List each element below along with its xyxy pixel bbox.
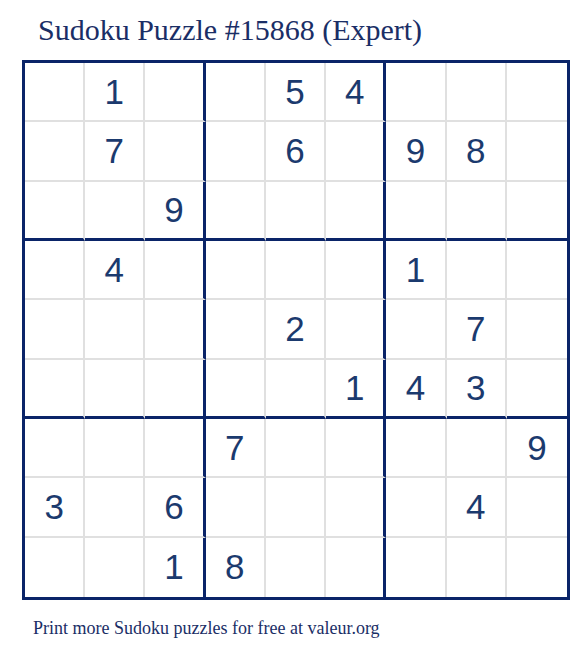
cell-r7c6-empty [326, 419, 386, 478]
cell-r1c8-empty [447, 63, 507, 122]
cell-r5c7-empty [386, 300, 446, 359]
cell-r9c5-empty [266, 538, 326, 597]
cell-r2c2-given-7: 7 [85, 122, 145, 181]
cell-r9c7-empty [386, 538, 446, 597]
cell-r8c7-empty [386, 478, 446, 537]
cell-r2c7-given-9: 9 [386, 122, 446, 181]
cell-r3c2-empty [85, 182, 145, 241]
cell-r2c9-empty [507, 122, 567, 181]
cell-r4c5-empty [266, 241, 326, 300]
cell-r1c4-empty [206, 63, 266, 122]
cell-r6c2-empty [85, 360, 145, 419]
cell-r4c6-empty [326, 241, 386, 300]
cell-r1c6-given-4: 4 [326, 63, 386, 122]
cell-r8c2-empty [85, 478, 145, 537]
page-title: Sudoku Puzzle #15868 (Expert) [38, 13, 422, 47]
cell-r8c6-empty [326, 478, 386, 537]
cell-r4c3-empty [145, 241, 205, 300]
cell-r9c3-given-1: 1 [145, 538, 205, 597]
cell-r4c4-empty [206, 241, 266, 300]
cell-r1c5-given-5: 5 [266, 63, 326, 122]
cell-r9c2-empty [85, 538, 145, 597]
cell-r3c6-empty [326, 182, 386, 241]
cell-r1c1-empty [25, 63, 85, 122]
cell-r7c5-empty [266, 419, 326, 478]
cell-r7c3-empty [145, 419, 205, 478]
cell-r7c7-empty [386, 419, 446, 478]
cell-r8c1-given-3: 3 [25, 478, 85, 537]
cell-r3c3-given-9: 9 [145, 182, 205, 241]
cell-r2c1-empty [25, 122, 85, 181]
cell-r6c7-given-4: 4 [386, 360, 446, 419]
cell-r8c4-empty [206, 478, 266, 537]
cell-r4c7-given-1: 1 [386, 241, 446, 300]
cell-r2c5-given-6: 6 [266, 122, 326, 181]
cell-r2c4-empty [206, 122, 266, 181]
cell-r9c9-empty [507, 538, 567, 597]
cell-r7c2-empty [85, 419, 145, 478]
cell-r6c4-empty [206, 360, 266, 419]
cell-r9c1-empty [25, 538, 85, 597]
footer-text: Print more Sudoku puzzles for free at va… [33, 617, 380, 639]
cell-r5c6-empty [326, 300, 386, 359]
cell-r3c9-empty [507, 182, 567, 241]
cell-r8c3-given-6: 6 [145, 478, 205, 537]
cell-r3c7-empty [386, 182, 446, 241]
cell-r6c6-given-1: 1 [326, 360, 386, 419]
cell-r2c8-given-8: 8 [447, 122, 507, 181]
cell-r7c4-given-7: 7 [206, 419, 266, 478]
cell-r1c3-empty [145, 63, 205, 122]
cell-r4c9-empty [507, 241, 567, 300]
cell-r5c5-given-2: 2 [266, 300, 326, 359]
cell-r8c9-empty [507, 478, 567, 537]
cell-r3c5-empty [266, 182, 326, 241]
cell-r8c5-empty [266, 478, 326, 537]
cell-r5c1-empty [25, 300, 85, 359]
cell-r4c8-empty [447, 241, 507, 300]
cell-r5c4-empty [206, 300, 266, 359]
cell-r6c1-empty [25, 360, 85, 419]
cell-r2c3-empty [145, 122, 205, 181]
cell-r2c6-empty [326, 122, 386, 181]
cell-r9c4-given-8: 8 [206, 538, 266, 597]
cell-r5c8-given-7: 7 [447, 300, 507, 359]
cell-r7c8-empty [447, 419, 507, 478]
cell-r5c3-empty [145, 300, 205, 359]
cell-r5c2-empty [85, 300, 145, 359]
cell-r5c9-empty [507, 300, 567, 359]
cell-r3c4-empty [206, 182, 266, 241]
cell-r4c1-empty [25, 241, 85, 300]
cell-r6c3-empty [145, 360, 205, 419]
cell-r7c9-given-9: 9 [507, 419, 567, 478]
cell-r6c8-given-3: 3 [447, 360, 507, 419]
cell-r6c5-empty [266, 360, 326, 419]
cell-r8c8-given-4: 4 [447, 478, 507, 537]
cell-r9c8-empty [447, 538, 507, 597]
cell-r1c9-empty [507, 63, 567, 122]
cell-r6c9-empty [507, 360, 567, 419]
cell-r9c6-empty [326, 538, 386, 597]
cell-r1c7-empty [386, 63, 446, 122]
cell-r7c1-empty [25, 419, 85, 478]
cell-r3c1-empty [25, 182, 85, 241]
cell-r3c8-empty [447, 182, 507, 241]
cell-r1c2-given-1: 1 [85, 63, 145, 122]
cell-r4c2-given-4: 4 [85, 241, 145, 300]
sudoku-board: 1547698941271437936418 [22, 60, 570, 600]
